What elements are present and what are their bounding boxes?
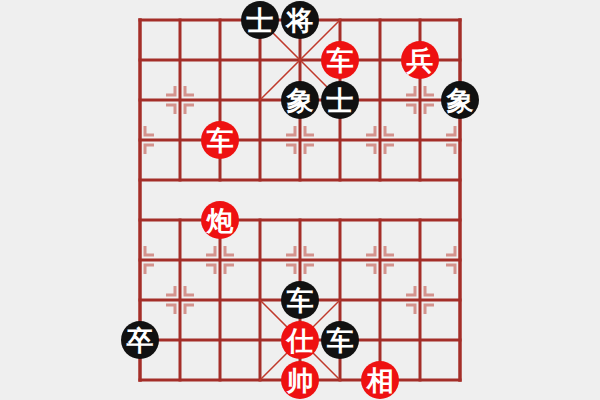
black-advisor[interactable]: 士 [241, 1, 279, 39]
black-chariot[interactable]: 车 [281, 281, 319, 319]
red-chariot[interactable]: 车 [201, 121, 239, 159]
black-soldier[interactable]: 卒 [121, 321, 159, 359]
black-chariot[interactable]: 车 [321, 321, 359, 359]
black-general[interactable]: 将 [281, 1, 319, 39]
xiangqi-screenshot: 士将车兵象士象车炮车卒仕车帅相 [0, 0, 600, 400]
red-chariot[interactable]: 车 [321, 41, 359, 79]
black-elephant[interactable]: 象 [441, 81, 479, 119]
red-elephant[interactable]: 相 [361, 361, 399, 399]
red-cannon[interactable]: 炮 [201, 201, 239, 239]
red-soldier[interactable]: 兵 [401, 41, 439, 79]
black-elephant[interactable]: 象 [281, 81, 319, 119]
red-general[interactable]: 帅 [281, 361, 319, 399]
black-advisor[interactable]: 士 [321, 81, 359, 119]
red-advisor[interactable]: 仕 [281, 321, 319, 359]
